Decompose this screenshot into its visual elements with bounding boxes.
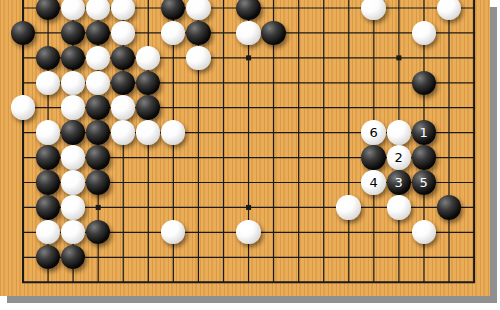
intersection[interactable]: 6	[361, 120, 386, 145]
intersection[interactable]	[186, 0, 211, 20]
intersection[interactable]	[111, 0, 136, 20]
intersection[interactable]	[186, 45, 211, 70]
intersection[interactable]	[111, 170, 136, 195]
black-stone[interactable]	[86, 120, 110, 144]
intersection[interactable]	[336, 220, 361, 245]
black-stone[interactable]	[36, 195, 60, 219]
intersection[interactable]	[436, 145, 461, 170]
intersection[interactable]	[111, 145, 136, 170]
white-stone[interactable]	[61, 170, 85, 194]
intersection[interactable]	[111, 270, 136, 295]
intersection[interactable]	[386, 45, 411, 70]
black-stone[interactable]	[136, 71, 160, 95]
intersection[interactable]	[286, 170, 311, 195]
intersection[interactable]	[211, 170, 236, 195]
intersection[interactable]	[286, 245, 311, 270]
intersection[interactable]	[161, 20, 186, 45]
black-stone[interactable]: 5	[412, 170, 436, 194]
intersection[interactable]	[211, 70, 236, 95]
intersection[interactable]	[261, 70, 286, 95]
intersection[interactable]	[136, 45, 161, 70]
black-stone[interactable]	[136, 95, 160, 119]
intersection[interactable]	[386, 120, 411, 145]
intersection[interactable]	[461, 195, 486, 220]
intersection[interactable]	[236, 45, 261, 70]
intersection[interactable]	[311, 20, 336, 45]
intersection[interactable]	[10, 20, 35, 45]
black-stone[interactable]	[437, 195, 461, 219]
intersection[interactable]	[411, 195, 436, 220]
intersection[interactable]	[61, 245, 86, 270]
intersection[interactable]	[236, 70, 261, 95]
intersection[interactable]	[136, 220, 161, 245]
intersection[interactable]	[461, 20, 486, 45]
intersection[interactable]	[61, 270, 86, 295]
intersection[interactable]	[461, 0, 486, 20]
intersection[interactable]	[436, 120, 461, 145]
black-stone[interactable]	[412, 145, 436, 169]
intersection[interactable]	[261, 120, 286, 145]
intersection[interactable]	[461, 120, 486, 145]
intersection[interactable]	[61, 195, 86, 220]
black-stone[interactable]	[86, 220, 110, 244]
intersection[interactable]	[411, 270, 436, 295]
intersection[interactable]	[336, 95, 361, 120]
white-stone[interactable]	[111, 95, 135, 119]
intersection[interactable]	[386, 95, 411, 120]
intersection[interactable]	[386, 270, 411, 295]
intersection[interactable]	[411, 45, 436, 70]
intersection[interactable]	[86, 220, 111, 245]
intersection[interactable]	[311, 270, 336, 295]
white-stone[interactable]	[61, 220, 85, 244]
intersection[interactable]	[211, 0, 236, 20]
black-stone[interactable]	[36, 145, 60, 169]
intersection[interactable]	[311, 245, 336, 270]
white-stone[interactable]	[61, 145, 85, 169]
intersection[interactable]	[86, 120, 111, 145]
intersection[interactable]	[436, 195, 461, 220]
intersection[interactable]	[136, 20, 161, 45]
intersection[interactable]	[336, 0, 361, 20]
go-board[interactable]: 612435	[0, 0, 490, 296]
intersection[interactable]	[161, 170, 186, 195]
intersection[interactable]	[161, 45, 186, 70]
intersection[interactable]	[61, 145, 86, 170]
black-stone[interactable]	[361, 145, 385, 169]
black-stone[interactable]	[86, 95, 110, 119]
intersection[interactable]	[311, 0, 336, 20]
intersection[interactable]	[211, 95, 236, 120]
intersection[interactable]	[10, 45, 35, 70]
intersection[interactable]	[211, 220, 236, 245]
move-number-label: 2	[395, 151, 403, 164]
intersection[interactable]	[286, 45, 311, 70]
black-stone[interactable]	[61, 46, 85, 70]
intersection[interactable]	[111, 70, 136, 95]
white-stone[interactable]	[412, 220, 436, 244]
black-stone[interactable]	[61, 21, 85, 45]
intersection[interactable]	[386, 0, 411, 20]
black-stone[interactable]	[36, 245, 60, 269]
intersection[interactable]	[36, 0, 61, 20]
intersection[interactable]	[86, 70, 111, 95]
white-stone[interactable]	[412, 21, 436, 45]
intersection[interactable]	[161, 220, 186, 245]
intersection[interactable]	[311, 95, 336, 120]
intersection[interactable]	[261, 20, 286, 45]
white-stone[interactable]: 6	[361, 120, 385, 144]
intersection[interactable]	[10, 120, 35, 145]
intersection[interactable]	[211, 270, 236, 295]
intersection[interactable]	[311, 195, 336, 220]
intersection[interactable]	[61, 220, 86, 245]
intersection[interactable]	[261, 195, 286, 220]
intersection[interactable]	[111, 220, 136, 245]
white-stone[interactable]	[61, 195, 85, 219]
intersection[interactable]	[461, 170, 486, 195]
white-stone[interactable]	[161, 21, 185, 45]
intersection[interactable]	[111, 20, 136, 45]
intersection[interactable]	[211, 145, 236, 170]
white-stone[interactable]	[387, 195, 411, 219]
intersection[interactable]	[411, 70, 436, 95]
intersection[interactable]	[186, 120, 211, 145]
intersection[interactable]	[436, 70, 461, 95]
intersection[interactable]	[136, 170, 161, 195]
intersection[interactable]	[10, 0, 35, 20]
intersection[interactable]	[86, 95, 111, 120]
black-stone[interactable]	[86, 145, 110, 169]
intersection[interactable]	[286, 95, 311, 120]
intersection[interactable]	[261, 95, 286, 120]
white-stone[interactable]	[36, 220, 60, 244]
intersection[interactable]	[36, 170, 61, 195]
intersection[interactable]	[336, 45, 361, 70]
black-stone[interactable]	[111, 71, 135, 95]
intersection[interactable]	[361, 70, 386, 95]
intersection[interactable]	[161, 0, 186, 20]
intersection[interactable]	[36, 20, 61, 45]
intersection[interactable]	[411, 145, 436, 170]
intersection[interactable]	[336, 270, 361, 295]
intersection[interactable]	[261, 145, 286, 170]
intersection[interactable]	[311, 170, 336, 195]
intersection[interactable]	[336, 245, 361, 270]
intersection[interactable]	[86, 195, 111, 220]
white-stone[interactable]	[236, 220, 260, 244]
intersection[interactable]	[10, 95, 35, 120]
intersection[interactable]	[136, 70, 161, 95]
intersection[interactable]	[336, 20, 361, 45]
white-stone[interactable]	[61, 71, 85, 95]
intersection[interactable]	[236, 120, 261, 145]
intersection[interactable]	[61, 170, 86, 195]
intersection[interactable]	[411, 0, 436, 20]
intersection[interactable]	[136, 270, 161, 295]
intersection[interactable]	[236, 20, 261, 45]
intersection[interactable]	[86, 0, 111, 20]
intersection[interactable]	[386, 70, 411, 95]
intersection[interactable]	[36, 270, 61, 295]
black-stone[interactable]	[36, 0, 60, 20]
intersection[interactable]	[286, 20, 311, 45]
intersection[interactable]	[236, 0, 261, 20]
intersection[interactable]	[286, 145, 311, 170]
intersection[interactable]	[361, 95, 386, 120]
white-stone[interactable]	[111, 120, 135, 144]
white-stone[interactable]	[36, 120, 60, 144]
black-stone[interactable]	[86, 21, 110, 45]
intersection[interactable]	[286, 220, 311, 245]
intersection[interactable]	[236, 220, 261, 245]
white-stone[interactable]	[86, 71, 110, 95]
intersection[interactable]	[161, 195, 186, 220]
intersection[interactable]	[361, 220, 386, 245]
intersection[interactable]	[436, 0, 461, 20]
intersection[interactable]	[461, 270, 486, 295]
intersection[interactable]	[186, 95, 211, 120]
intersection[interactable]	[161, 145, 186, 170]
white-stone[interactable]	[86, 0, 110, 20]
white-stone[interactable]	[11, 95, 35, 119]
intersection[interactable]	[86, 245, 111, 270]
intersection[interactable]	[211, 245, 236, 270]
intersection[interactable]	[436, 20, 461, 45]
black-stone[interactable]: 1	[412, 120, 436, 144]
intersection[interactable]	[10, 195, 35, 220]
white-stone[interactable]: 2	[387, 145, 411, 169]
intersection[interactable]	[361, 270, 386, 295]
intersection[interactable]	[61, 20, 86, 45]
intersection[interactable]	[311, 145, 336, 170]
intersection[interactable]	[236, 195, 261, 220]
intersection[interactable]: 2	[386, 145, 411, 170]
intersection[interactable]	[336, 70, 361, 95]
intersection[interactable]	[186, 170, 211, 195]
intersection[interactable]	[261, 0, 286, 20]
intersection[interactable]	[161, 70, 186, 95]
intersection[interactable]	[36, 70, 61, 95]
intersection[interactable]	[436, 170, 461, 195]
intersection[interactable]	[261, 45, 286, 70]
intersection[interactable]	[136, 95, 161, 120]
black-stone[interactable]: 3	[387, 170, 411, 194]
intersection[interactable]	[61, 120, 86, 145]
white-stone[interactable]	[186, 46, 210, 70]
intersection[interactable]	[211, 45, 236, 70]
intersection[interactable]	[136, 195, 161, 220]
intersection[interactable]	[86, 145, 111, 170]
intersection[interactable]: 1	[411, 120, 436, 145]
intersection[interactable]	[236, 145, 261, 170]
intersection[interactable]	[311, 220, 336, 245]
black-stone[interactable]	[36, 170, 60, 194]
intersection[interactable]	[186, 145, 211, 170]
intersection[interactable]	[10, 245, 35, 270]
intersection[interactable]	[411, 95, 436, 120]
intersection[interactable]	[186, 195, 211, 220]
intersection[interactable]	[36, 120, 61, 145]
white-stone[interactable]	[361, 0, 385, 20]
intersection[interactable]	[186, 70, 211, 95]
intersection[interactable]	[386, 195, 411, 220]
intersection[interactable]	[161, 120, 186, 145]
intersection[interactable]	[386, 220, 411, 245]
white-stone[interactable]	[136, 46, 160, 70]
intersection[interactable]	[186, 220, 211, 245]
intersection[interactable]	[61, 45, 86, 70]
intersection[interactable]	[361, 45, 386, 70]
intersection[interactable]	[86, 20, 111, 45]
intersection[interactable]	[286, 0, 311, 20]
move-number-label: 1	[420, 126, 428, 139]
intersection[interactable]	[311, 70, 336, 95]
intersection[interactable]	[10, 145, 35, 170]
intersection[interactable]	[336, 195, 361, 220]
white-stone[interactable]	[86, 46, 110, 70]
white-stone[interactable]	[111, 0, 135, 20]
intersection[interactable]	[436, 270, 461, 295]
intersection[interactable]	[136, 120, 161, 145]
white-stone[interactable]	[111, 21, 135, 45]
intersection[interactable]	[461, 145, 486, 170]
intersection[interactable]	[36, 195, 61, 220]
intersection[interactable]	[336, 120, 361, 145]
intersection[interactable]	[211, 195, 236, 220]
intersection[interactable]	[261, 170, 286, 195]
white-stone[interactable]: 4	[361, 170, 385, 194]
intersection[interactable]	[236, 95, 261, 120]
intersection[interactable]	[186, 270, 211, 295]
intersection[interactable]	[186, 20, 211, 45]
white-stone[interactable]	[36, 71, 60, 95]
intersection[interactable]	[86, 270, 111, 295]
intersection[interactable]	[36, 95, 61, 120]
intersection[interactable]	[161, 95, 186, 120]
intersection[interactable]	[361, 20, 386, 45]
intersection[interactable]	[86, 45, 111, 70]
black-stone[interactable]	[161, 0, 185, 20]
white-stone[interactable]	[136, 120, 160, 144]
intersection[interactable]: 5	[411, 170, 436, 195]
intersection[interactable]	[261, 270, 286, 295]
white-stone[interactable]	[61, 95, 85, 119]
intersection[interactable]	[36, 220, 61, 245]
intersection[interactable]	[361, 245, 386, 270]
intersection[interactable]	[111, 245, 136, 270]
black-stone[interactable]	[412, 71, 436, 95]
intersection[interactable]	[111, 95, 136, 120]
intersection[interactable]	[236, 170, 261, 195]
intersection[interactable]	[361, 0, 386, 20]
black-stone[interactable]	[61, 245, 85, 269]
intersection[interactable]	[286, 195, 311, 220]
intersection[interactable]: 3	[386, 170, 411, 195]
intersection[interactable]	[286, 70, 311, 95]
intersection[interactable]	[36, 45, 61, 70]
intersection[interactable]	[386, 245, 411, 270]
white-stone[interactable]	[236, 21, 260, 45]
white-stone[interactable]	[161, 220, 185, 244]
intersection[interactable]	[61, 0, 86, 20]
intersection[interactable]	[311, 45, 336, 70]
intersection[interactable]	[411, 220, 436, 245]
intersection[interactable]	[10, 220, 35, 245]
intersection[interactable]	[186, 245, 211, 270]
black-stone[interactable]	[186, 21, 210, 45]
intersection[interactable]	[286, 270, 311, 295]
intersection[interactable]	[86, 170, 111, 195]
intersection[interactable]	[36, 145, 61, 170]
intersection[interactable]	[61, 95, 86, 120]
intersection[interactable]	[236, 245, 261, 270]
black-stone[interactable]	[11, 21, 35, 45]
intersection[interactable]	[261, 245, 286, 270]
intersection[interactable]	[361, 195, 386, 220]
intersection[interactable]	[411, 245, 436, 270]
intersection[interactable]	[436, 245, 461, 270]
intersection[interactable]	[10, 270, 35, 295]
intersection[interactable]	[336, 170, 361, 195]
white-stone[interactable]	[186, 0, 210, 20]
intersection[interactable]	[286, 120, 311, 145]
white-stone[interactable]	[61, 0, 85, 20]
intersection[interactable]: 4	[361, 170, 386, 195]
black-stone[interactable]	[261, 21, 285, 45]
intersection[interactable]	[61, 70, 86, 95]
intersection[interactable]	[411, 20, 436, 45]
white-stone[interactable]	[336, 195, 360, 219]
intersection[interactable]	[361, 145, 386, 170]
black-stone[interactable]	[86, 170, 110, 194]
intersection[interactable]	[161, 245, 186, 270]
black-stone[interactable]	[36, 46, 60, 70]
intersection[interactable]	[10, 70, 35, 95]
intersection[interactable]	[311, 120, 336, 145]
intersection[interactable]	[436, 95, 461, 120]
intersection[interactable]	[136, 0, 161, 20]
intersection[interactable]	[211, 20, 236, 45]
black-stone[interactable]	[111, 46, 135, 70]
intersection[interactable]	[161, 270, 186, 295]
intersection[interactable]	[461, 70, 486, 95]
black-stone[interactable]	[61, 120, 85, 144]
black-stone[interactable]	[236, 0, 260, 20]
intersection[interactable]	[436, 45, 461, 70]
intersection[interactable]	[136, 145, 161, 170]
intersection[interactable]	[111, 195, 136, 220]
intersection[interactable]	[236, 270, 261, 295]
intersection[interactable]	[136, 245, 161, 270]
white-stone[interactable]	[437, 0, 461, 20]
intersection[interactable]	[10, 170, 35, 195]
intersection[interactable]	[111, 45, 136, 70]
intersection[interactable]	[386, 20, 411, 45]
white-stone[interactable]	[387, 120, 411, 144]
intersection[interactable]	[461, 95, 486, 120]
intersection[interactable]	[461, 245, 486, 270]
intersection[interactable]	[261, 220, 286, 245]
white-stone[interactable]	[161, 120, 185, 144]
intersection[interactable]	[436, 220, 461, 245]
intersection[interactable]	[461, 45, 486, 70]
intersection[interactable]	[211, 120, 236, 145]
intersection[interactable]	[111, 120, 136, 145]
intersection[interactable]	[461, 220, 486, 245]
intersection[interactable]	[336, 145, 361, 170]
intersection[interactable]	[36, 245, 61, 270]
